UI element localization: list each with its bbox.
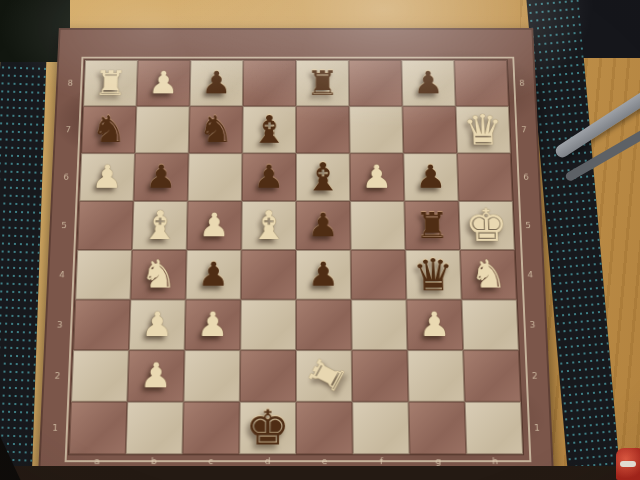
black-pawn-g8[interactable]: ♟ — [413, 68, 444, 99]
rank-label-right-4: 4 — [520, 250, 540, 300]
rank-label-left-5: 5 — [54, 201, 73, 250]
square-f1[interactable] — [352, 402, 409, 455]
square-g6[interactable]: ♟ — [403, 153, 458, 201]
square-g2[interactable] — [407, 350, 464, 402]
black-pawn-c4[interactable]: ♟ — [198, 258, 230, 291]
square-d4[interactable] — [241, 250, 296, 300]
square-h6[interactable] — [457, 153, 513, 201]
white-pawn-f6[interactable]: ♟ — [361, 161, 392, 193]
square-c3[interactable]: ♟ — [185, 300, 241, 351]
square-h8[interactable] — [454, 60, 509, 106]
black-rook-e8[interactable]: ♜ — [306, 66, 339, 100]
file-label-d: d — [239, 456, 296, 466]
black-pawn-g6[interactable]: ♟ — [415, 161, 446, 193]
square-e6[interactable]: ♝ — [296, 153, 350, 201]
black-knight-c7[interactable]: ♞ — [198, 111, 234, 148]
rank-label-left-2: 2 — [47, 350, 67, 402]
square-d5[interactable]: ♝ — [241, 201, 296, 250]
square-a1[interactable] — [69, 402, 127, 455]
black-king-d1[interactable]: ♚ — [245, 404, 290, 453]
square-e1[interactable] — [296, 402, 353, 455]
square-g1[interactable] — [408, 402, 466, 455]
square-d8[interactable] — [243, 60, 296, 106]
file-label-h: h — [466, 456, 523, 466]
square-b2[interactable]: ♟ — [127, 350, 184, 402]
square-f8[interactable] — [349, 60, 403, 106]
white-king-h5[interactable]: ♚ — [464, 203, 508, 248]
square-a8[interactable]: ♜ — [83, 60, 138, 106]
rank-label-left-8: 8 — [61, 60, 80, 106]
square-b5[interactable]: ♝ — [132, 201, 188, 250]
white-rook-e2-tipped[interactable]: ♜ — [301, 351, 352, 399]
white-rook-a8[interactable]: ♜ — [93, 66, 128, 100]
square-f4[interactable] — [351, 250, 407, 300]
square-e5[interactable]: ♟ — [296, 201, 351, 250]
square-f7[interactable] — [349, 106, 403, 153]
chess-photo-scene: ♜♟♟♜♟♞♞♝♛♟♟♟♝♟♟♝♟♝♟♜♚♞♟♟♛♞♟♟♟♟♜♚ 8765432… — [0, 0, 640, 480]
square-h3[interactable] — [462, 300, 519, 351]
square-g7[interactable] — [402, 106, 457, 153]
square-e4[interactable]: ♟ — [296, 250, 351, 300]
square-h4[interactable]: ♞ — [460, 250, 517, 300]
file-label-b: b — [125, 456, 182, 466]
square-g5[interactable]: ♜ — [404, 201, 460, 250]
rank-label-right-2: 2 — [525, 350, 545, 402]
square-a3[interactable] — [73, 300, 130, 351]
rank-label-right-8: 8 — [512, 60, 531, 106]
white-pawn-a6[interactable]: ♟ — [91, 161, 123, 193]
square-g3[interactable]: ♟ — [406, 300, 463, 351]
chess-grid: ♜♟♟♜♟♞♞♝♛♟♟♟♝♟♟♝♟♝♟♜♚♞♟♟♛♞♟♟♟♟♜♚ — [69, 60, 523, 454]
rank-label-right-6: 6 — [516, 153, 535, 201]
rank-label-right-7: 7 — [514, 106, 533, 153]
square-a4[interactable] — [75, 250, 132, 300]
black-rook-g5[interactable]: ♜ — [415, 207, 450, 243]
square-c2[interactable] — [184, 350, 241, 402]
black-bishop-e6[interactable]: ♝ — [304, 158, 342, 197]
square-f6[interactable]: ♟ — [350, 153, 405, 201]
square-b4[interactable]: ♞ — [130, 250, 186, 300]
chess-board: ♜♟♟♜♟♞♞♝♛♟♟♟♝♟♟♝♟♝♟♜♚♞♟♟♛♞♟♟♟♟♜♚ 8765432… — [38, 28, 554, 476]
white-pawn-c3[interactable]: ♟ — [197, 308, 229, 342]
white-bishop-d5[interactable]: ♝ — [250, 206, 288, 246]
square-h2[interactable] — [463, 350, 521, 402]
square-h5[interactable]: ♚ — [459, 201, 515, 250]
rank-label-left-1: 1 — [45, 402, 65, 455]
square-a7[interactable]: ♞ — [81, 106, 136, 153]
black-pawn-e5[interactable]: ♟ — [308, 209, 339, 242]
square-e3[interactable] — [296, 300, 352, 351]
rank-label-left-4: 4 — [52, 250, 72, 300]
rank-label-right-5: 5 — [518, 201, 537, 250]
file-label-c: c — [182, 456, 239, 466]
square-b1[interactable] — [126, 402, 184, 455]
rank-label-left-3: 3 — [50, 300, 70, 351]
file-label-a: a — [68, 456, 125, 466]
square-d7[interactable]: ♝ — [242, 106, 296, 153]
square-f5[interactable] — [350, 201, 405, 250]
white-pawn-b8[interactable]: ♟ — [148, 68, 179, 99]
file-label-g: g — [410, 456, 467, 466]
white-knight-b4[interactable]: ♞ — [140, 255, 177, 294]
rank-label-right-1: 1 — [527, 402, 547, 455]
rank-label-left-7: 7 — [59, 106, 78, 153]
rank-label-right-3: 3 — [523, 300, 543, 351]
file-labels-bottom: abcdefgh — [68, 456, 523, 466]
square-h1[interactable] — [465, 402, 523, 455]
white-bishop-b5[interactable]: ♝ — [141, 206, 180, 246]
square-d2[interactable] — [240, 350, 296, 402]
square-c6[interactable] — [188, 153, 243, 201]
white-knight-h4[interactable]: ♞ — [469, 255, 507, 294]
square-c8[interactable]: ♟ — [190, 60, 244, 106]
square-g4[interactable]: ♛ — [405, 250, 461, 300]
square-a5[interactable] — [77, 201, 133, 250]
square-d3[interactable] — [240, 300, 296, 351]
square-d6[interactable]: ♟ — [242, 153, 296, 201]
black-pawn-d6[interactable]: ♟ — [254, 161, 285, 193]
square-e2[interactable]: ♜ — [296, 350, 352, 402]
white-pawn-b3[interactable]: ♟ — [141, 308, 173, 342]
square-c5[interactable]: ♟ — [187, 201, 242, 250]
white-pawn-c5[interactable]: ♟ — [199, 209, 230, 242]
file-label-f: f — [353, 456, 410, 466]
square-f3[interactable] — [351, 300, 407, 351]
red-object — [616, 448, 640, 480]
square-c4[interactable]: ♟ — [186, 250, 242, 300]
square-b8[interactable]: ♟ — [136, 60, 190, 106]
black-pawn-c8[interactable]: ♟ — [201, 68, 231, 99]
black-queen-g4[interactable]: ♛ — [412, 253, 455, 297]
square-a2[interactable] — [71, 350, 129, 402]
square-b3[interactable]: ♟ — [129, 300, 186, 351]
square-h7[interactable]: ♛ — [456, 106, 511, 153]
red-object-stripe — [620, 461, 636, 467]
square-b6[interactable]: ♟ — [133, 153, 188, 201]
square-a6[interactable]: ♟ — [79, 153, 135, 201]
white-pawn-b2[interactable]: ♟ — [140, 359, 173, 393]
black-pawn-e4[interactable]: ♟ — [308, 258, 339, 291]
white-pawn-g3[interactable]: ♟ — [419, 308, 451, 342]
square-c7[interactable]: ♞ — [189, 106, 243, 153]
square-b7[interactable] — [135, 106, 190, 153]
black-knight-a7[interactable]: ♞ — [91, 111, 128, 148]
white-queen-h7[interactable]: ♛ — [462, 109, 504, 151]
black-bishop-d7[interactable]: ♝ — [251, 111, 288, 149]
black-pawn-b6[interactable]: ♟ — [145, 161, 176, 193]
square-g8[interactable]: ♟ — [401, 60, 455, 106]
rank-label-left-6: 6 — [56, 153, 75, 201]
square-e7[interactable] — [296, 106, 350, 153]
square-f2[interactable] — [352, 350, 409, 402]
table-shadow-band — [0, 466, 640, 480]
file-label-e: e — [296, 456, 353, 466]
square-d1[interactable]: ♚ — [239, 402, 296, 455]
square-c1[interactable] — [182, 402, 239, 455]
square-e8[interactable]: ♜ — [296, 60, 349, 106]
